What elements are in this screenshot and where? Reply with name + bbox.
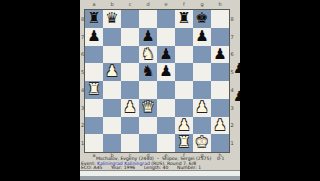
file-labels-top: abcdefgh <box>85 1 229 8</box>
square-f7[interactable] <box>175 28 193 46</box>
square-h3[interactable] <box>211 99 229 117</box>
square-e4[interactable] <box>157 81 175 99</box>
square-f4[interactable] <box>175 81 193 99</box>
square-f1[interactable]: ♜ <box>175 134 193 152</box>
file-label-f: f <box>175 1 193 8</box>
bottom-gray-strip <box>80 176 240 181</box>
file-label-g: g <box>193 1 211 8</box>
rank-label-6: 6 <box>81 46 85 64</box>
rank-label-1: 1 <box>81 134 85 152</box>
square-c6[interactable] <box>121 46 139 64</box>
square-g7[interactable]: ♟ <box>193 28 211 46</box>
square-b1[interactable] <box>103 134 121 152</box>
black-pawn[interactable]: ♟ <box>193 28 211 46</box>
square-f2[interactable]: ♟ <box>175 117 193 135</box>
file-label-d: d <box>139 1 157 8</box>
white-king[interactable]: ♚ <box>193 134 211 152</box>
file-label-a: a <box>85 1 103 8</box>
square-a6[interactable] <box>85 46 103 64</box>
white-rook[interactable]: ♜ <box>85 81 103 99</box>
square-e7[interactable] <box>157 28 175 46</box>
square-b7[interactable] <box>103 28 121 46</box>
rank-label-4: 4 <box>81 81 85 99</box>
square-h7[interactable] <box>211 28 229 46</box>
square-g3[interactable]: ♟ <box>193 99 211 117</box>
rank-label-5: 5 <box>81 63 85 81</box>
white-knight[interactable]: ♞ <box>139 46 157 64</box>
square-d2[interactable] <box>139 117 157 135</box>
black-pawn[interactable]: ♟ <box>157 46 175 64</box>
square-f5[interactable] <box>175 63 193 81</box>
white-queen[interactable]: ♛ <box>139 99 157 117</box>
square-f8[interactable]: ♜ <box>175 10 193 28</box>
clipped-black-pawn-artifact: ♟ <box>233 89 240 103</box>
square-b2[interactable] <box>103 117 121 135</box>
white-pawn[interactable]: ♟ <box>103 63 121 81</box>
square-d6[interactable]: ♞ <box>139 46 157 64</box>
square-d4[interactable] <box>139 81 157 99</box>
square-e6[interactable]: ♟ <box>157 46 175 64</box>
square-f6[interactable] <box>175 46 193 64</box>
square-d8[interactable] <box>139 10 157 28</box>
file-label-b: b <box>103 1 121 8</box>
square-b3[interactable] <box>103 99 121 117</box>
square-b4[interactable] <box>103 81 121 99</box>
clipped-black-pawn-artifact: ♟ <box>233 61 240 75</box>
square-g2[interactable] <box>193 117 211 135</box>
square-d5[interactable]: ♞ <box>139 63 157 81</box>
black-rook[interactable]: ♜ <box>85 10 103 28</box>
square-a7[interactable]: ♟ <box>85 28 103 46</box>
white-rook[interactable]: ♜ <box>175 134 193 152</box>
file-label-h: h <box>211 1 229 8</box>
rank-label-2: 2 <box>230 117 234 135</box>
file-label-c: c <box>121 1 139 8</box>
black-queen[interactable]: ♛ <box>103 10 121 28</box>
square-a5[interactable] <box>85 63 103 81</box>
square-e5[interactable]: ♟ <box>157 63 175 81</box>
square-c7[interactable] <box>121 28 139 46</box>
square-e2[interactable] <box>157 117 175 135</box>
rank-label-7: 7 <box>230 28 234 46</box>
black-pawn[interactable]: ♟ <box>211 46 229 64</box>
rank-label-7: 7 <box>81 28 85 46</box>
square-e8[interactable] <box>157 10 175 28</box>
square-a8[interactable]: ♜ <box>85 10 103 28</box>
square-d3[interactable]: ♛ <box>139 99 157 117</box>
rank-label-3: 3 <box>81 99 85 117</box>
square-d7[interactable]: ♟ <box>139 28 157 46</box>
rank-label-2: 2 <box>81 117 85 135</box>
white-pawn[interactable]: ♟ <box>211 117 229 135</box>
square-a3[interactable] <box>85 99 103 117</box>
file-label-e: e <box>157 1 175 8</box>
rank-label-1: 1 <box>230 134 234 152</box>
black-pawn[interactable]: ♟ <box>139 28 157 46</box>
square-e3[interactable] <box>157 99 175 117</box>
square-a2[interactable] <box>85 117 103 135</box>
square-c3[interactable]: ♟ <box>121 99 139 117</box>
square-h1[interactable] <box>211 134 229 152</box>
rank-labels-left: 87654321 <box>81 10 85 152</box>
square-h4[interactable] <box>211 81 229 99</box>
chess-board[interactable]: ♜♛♜♚♟♟♟♞♟♟♟♞♟♜♟♛♟♟♟♜♚ <box>85 10 229 152</box>
square-b5[interactable]: ♟ <box>103 63 121 81</box>
square-g8[interactable]: ♚ <box>193 10 211 28</box>
square-b8[interactable]: ♛ <box>103 10 121 28</box>
square-e1[interactable] <box>157 134 175 152</box>
square-g4[interactable] <box>193 81 211 99</box>
square-h6[interactable]: ♟ <box>211 46 229 64</box>
white-pawn[interactable]: ♟ <box>121 99 139 117</box>
black-knight[interactable]: ♞ <box>139 63 157 81</box>
black-rook[interactable]: ♜ <box>175 10 193 28</box>
square-f3[interactable] <box>175 99 193 117</box>
square-d1[interactable] <box>139 134 157 152</box>
square-a4[interactable]: ♜ <box>85 81 103 99</box>
square-c5[interactable] <box>121 63 139 81</box>
white-pawn[interactable]: ♟ <box>175 117 193 135</box>
rank-label-8: 8 <box>230 10 234 28</box>
square-h2[interactable]: ♟ <box>211 117 229 135</box>
square-c1[interactable] <box>121 134 139 152</box>
rank-labels-right: 87654321 <box>230 10 234 152</box>
square-g1[interactable]: ♚ <box>193 134 211 152</box>
white-pawn[interactable]: ♟ <box>193 99 211 117</box>
black-pawn[interactable]: ♟ <box>157 63 175 81</box>
square-c8[interactable] <box>121 10 139 28</box>
square-b6[interactable] <box>103 46 121 64</box>
square-h5[interactable] <box>211 63 229 81</box>
black-king[interactable]: ♚ <box>193 10 211 28</box>
square-c4[interactable] <box>121 81 139 99</box>
square-h8[interactable] <box>211 10 229 28</box>
black-pawn[interactable]: ♟ <box>85 28 103 46</box>
square-g5[interactable] <box>193 63 211 81</box>
chess-gui-window: abcdefgh 87654321 87654321 ♜♛♜♚♟♟♟♞♟♟♟♞♟… <box>80 0 240 180</box>
square-a1[interactable] <box>85 134 103 152</box>
square-g6[interactable] <box>193 46 211 64</box>
square-c2[interactable] <box>121 117 139 135</box>
video-frame: { "game": "chess", "position": { "fen": … <box>0 0 320 180</box>
rank-label-8: 8 <box>81 10 85 28</box>
